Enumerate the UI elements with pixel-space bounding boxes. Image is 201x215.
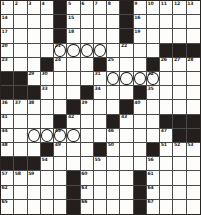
white-cell[interactable] <box>41 200 54 214</box>
white-cell[interactable]: 14 <box>1 15 14 29</box>
black-cell <box>14 72 27 86</box>
circle-marker <box>67 44 79 57</box>
clue-number: 39 <box>81 100 87 105</box>
white-cell[interactable] <box>120 200 133 214</box>
clue-number: 35 <box>148 86 154 91</box>
white-cell[interactable]: 30 <box>41 72 54 86</box>
white-cell[interactable]: 22 <box>120 44 133 58</box>
black-cell <box>1 157 14 171</box>
white-cell[interactable] <box>107 86 120 100</box>
white-cell[interactable] <box>94 186 107 200</box>
clue-number: 1 <box>2 1 5 6</box>
clue-number: 67 <box>148 199 154 204</box>
black-cell <box>173 44 186 58</box>
circled-cell[interactable] <box>81 44 94 58</box>
clue-number: 32 <box>148 71 154 76</box>
clue-number: 12 <box>174 1 180 6</box>
black-cell <box>94 143 107 157</box>
clue-number: 31 <box>94 71 100 76</box>
clue-number: 19 <box>134 29 140 34</box>
white-cell[interactable]: 37 <box>14 100 27 114</box>
white-cell[interactable] <box>94 129 107 143</box>
white-cell[interactable]: 55 <box>94 157 107 171</box>
white-cell[interactable]: 24 <box>54 58 67 72</box>
white-cell[interactable] <box>94 171 107 185</box>
clue-number: 2 <box>15 1 18 6</box>
white-cell[interactable] <box>81 157 94 171</box>
white-cell[interactable]: 16 <box>134 15 147 29</box>
black-cell <box>120 100 133 114</box>
white-cell[interactable] <box>147 15 160 29</box>
white-cell[interactable] <box>14 58 27 72</box>
clue-number: 44 <box>2 128 8 133</box>
white-cell[interactable] <box>28 15 41 29</box>
white-cell[interactable] <box>54 86 67 100</box>
white-cell[interactable] <box>160 15 173 29</box>
white-cell[interactable]: 39 <box>81 100 94 114</box>
white-cell[interactable] <box>14 143 27 157</box>
white-cell[interactable]: 17 <box>1 29 14 43</box>
black-cell <box>134 186 147 200</box>
circled-cell[interactable] <box>94 44 107 58</box>
clue-number: 52 <box>174 142 180 147</box>
clue-number: 43 <box>121 114 127 119</box>
black-cell <box>1 86 14 100</box>
clue-number: 9 <box>134 1 137 6</box>
clue-number: 5 <box>68 1 71 6</box>
white-cell[interactable]: 15 <box>67 15 80 29</box>
white-cell[interactable] <box>67 72 80 86</box>
white-cell[interactable] <box>147 29 160 43</box>
circled-cell[interactable]: 21 <box>54 44 67 58</box>
white-cell[interactable] <box>147 129 160 143</box>
clue-number: 37 <box>15 100 21 105</box>
black-cell <box>147 143 160 157</box>
white-cell[interactable]: 28 <box>187 58 200 72</box>
black-cell <box>187 44 200 58</box>
white-cell[interactable] <box>14 200 27 214</box>
white-cell[interactable] <box>54 200 67 214</box>
circle-marker <box>28 129 40 142</box>
white-cell[interactable] <box>107 44 120 58</box>
clue-number: 50 <box>108 142 114 147</box>
black-cell <box>54 1 67 15</box>
white-cell[interactable] <box>120 171 133 185</box>
circled-cell[interactable] <box>28 129 41 143</box>
clue-number: 58 <box>15 171 21 176</box>
white-cell[interactable]: 66 <box>81 200 94 214</box>
clue-number: 33 <box>41 86 47 91</box>
white-cell[interactable]: 67 <box>147 200 160 214</box>
white-cell[interactable] <box>134 157 147 171</box>
clue-number: 25 <box>108 57 114 62</box>
white-cell[interactable]: 56 <box>147 157 160 171</box>
clue-number: 41 <box>2 114 8 119</box>
white-cell[interactable]: 52 <box>173 143 186 157</box>
white-cell[interactable] <box>120 129 133 143</box>
clue-number: 60 <box>81 171 87 176</box>
white-cell[interactable]: 3 <box>28 1 41 15</box>
white-cell[interactable] <box>14 129 27 143</box>
white-cell[interactable]: 50 <box>107 143 120 157</box>
white-cell[interactable] <box>107 200 120 214</box>
white-cell[interactable]: 49 <box>54 143 67 157</box>
white-cell[interactable] <box>54 171 67 185</box>
clue-number: 57 <box>2 171 8 176</box>
white-cell[interactable] <box>187 171 200 185</box>
white-cell[interactable]: 53 <box>187 143 200 157</box>
white-cell[interactable]: 5 <box>67 1 80 15</box>
white-cell[interactable]: 8 <box>107 1 120 15</box>
white-cell[interactable]: 43 <box>120 115 133 129</box>
clue-number: 55 <box>94 157 100 162</box>
white-cell[interactable]: 44 <box>1 129 14 143</box>
clue-number: 24 <box>55 57 61 62</box>
white-cell[interactable] <box>81 115 94 129</box>
white-cell[interactable] <box>160 200 173 214</box>
white-cell[interactable] <box>187 100 200 114</box>
white-cell[interactable]: 36 <box>1 100 14 114</box>
white-cell[interactable] <box>160 100 173 114</box>
white-cell[interactable]: 23 <box>1 58 14 72</box>
white-cell[interactable] <box>147 100 160 114</box>
clue-number: 61 <box>148 171 154 176</box>
white-cell[interactable] <box>41 186 54 200</box>
clue-number: 17 <box>2 29 8 34</box>
white-cell[interactable] <box>94 29 107 43</box>
black-cell <box>67 100 80 114</box>
black-cell <box>173 115 186 129</box>
clue-number: 38 <box>28 100 34 105</box>
black-cell <box>41 143 54 157</box>
white-cell[interactable] <box>173 100 186 114</box>
white-cell[interactable] <box>107 100 120 114</box>
clue-number: 62 <box>2 185 8 190</box>
white-cell[interactable] <box>160 157 173 171</box>
clue-number: 36 <box>2 100 8 105</box>
white-cell[interactable] <box>14 44 27 58</box>
circle-marker <box>94 44 106 57</box>
white-cell[interactable]: 64 <box>147 186 160 200</box>
white-cell[interactable]: 20 <box>1 44 14 58</box>
white-cell[interactable]: 31 <box>94 72 107 86</box>
black-cell <box>94 58 107 72</box>
circle-marker <box>67 129 79 142</box>
white-cell[interactable] <box>107 171 120 185</box>
white-cell[interactable] <box>28 186 41 200</box>
clue-number: 29 <box>28 71 34 76</box>
white-cell[interactable] <box>147 115 160 129</box>
white-cell[interactable] <box>160 86 173 100</box>
white-cell[interactable]: 47 <box>160 129 173 143</box>
white-cell[interactable]: 48 <box>1 143 14 157</box>
white-cell[interactable]: 42 <box>67 115 80 129</box>
white-cell[interactable] <box>28 58 41 72</box>
clue-number: 27 <box>174 57 180 62</box>
circled-cell[interactable] <box>107 72 120 86</box>
white-cell[interactable]: 18 <box>67 29 80 43</box>
white-cell[interactable]: 54 <box>41 157 54 171</box>
black-cell <box>14 86 27 100</box>
white-cell[interactable]: 41 <box>1 115 14 129</box>
circled-cell[interactable] <box>67 129 80 143</box>
white-cell[interactable] <box>14 115 27 129</box>
white-cell[interactable] <box>54 186 67 200</box>
clue-number: 63 <box>81 185 87 190</box>
clue-number: 48 <box>2 142 8 147</box>
circled-cell[interactable] <box>134 72 147 86</box>
black-cell <box>54 115 67 129</box>
white-cell[interactable] <box>54 72 67 86</box>
white-cell[interactable] <box>14 29 27 43</box>
white-cell[interactable] <box>54 157 67 171</box>
circle-marker <box>107 72 119 85</box>
white-cell[interactable]: 1 <box>1 1 14 15</box>
clue-number: 45 <box>55 128 61 133</box>
white-cell[interactable] <box>28 115 41 129</box>
white-cell[interactable] <box>81 72 94 86</box>
black-cell <box>187 129 200 143</box>
white-cell[interactable] <box>120 186 133 200</box>
white-cell[interactable]: 35 <box>147 86 160 100</box>
clue-number: 26 <box>161 57 167 62</box>
black-cell <box>160 44 173 58</box>
white-cell[interactable] <box>67 86 80 100</box>
clue-number: 6 <box>81 1 84 6</box>
white-cell[interactable]: 27 <box>173 58 186 72</box>
white-cell[interactable]: 26 <box>160 58 173 72</box>
circled-cell[interactable] <box>120 72 133 86</box>
white-cell[interactable] <box>173 86 186 100</box>
white-cell[interactable] <box>54 100 67 114</box>
white-cell[interactable]: 46 <box>107 129 120 143</box>
clue-number: 49 <box>55 142 61 147</box>
black-cell <box>107 115 120 129</box>
white-cell[interactable] <box>173 29 186 43</box>
black-cell <box>67 171 80 185</box>
clue-number: 7 <box>94 1 97 6</box>
crossword-grid: 1234567891011121314151617181920212223242… <box>0 0 201 215</box>
white-cell[interactable]: 10 <box>147 1 160 15</box>
clue-number: 22 <box>121 43 127 48</box>
white-cell[interactable] <box>41 115 54 129</box>
black-cell <box>134 200 147 214</box>
white-cell[interactable]: 25 <box>107 58 120 72</box>
white-cell[interactable] <box>187 186 200 200</box>
white-cell[interactable] <box>147 44 160 58</box>
black-cell <box>14 157 27 171</box>
white-cell[interactable]: 9 <box>134 1 147 15</box>
white-cell[interactable] <box>81 129 94 143</box>
clue-number: 10 <box>148 1 154 6</box>
clue-number: 40 <box>134 100 140 105</box>
black-cell <box>28 157 41 171</box>
white-cell[interactable]: 63 <box>81 186 94 200</box>
white-cell[interactable] <box>187 157 200 171</box>
circled-cell[interactable] <box>67 44 80 58</box>
white-cell[interactable] <box>160 171 173 185</box>
circle-marker <box>120 72 132 85</box>
white-cell[interactable] <box>94 200 107 214</box>
white-cell[interactable] <box>187 15 200 29</box>
black-cell <box>67 186 80 200</box>
white-cell[interactable]: 29 <box>28 72 41 86</box>
white-cell[interactable] <box>28 200 41 214</box>
white-cell[interactable] <box>120 143 133 157</box>
clue-number: 15 <box>68 15 74 20</box>
white-cell[interactable] <box>134 129 147 143</box>
white-cell[interactable]: 11 <box>160 1 173 15</box>
circle-marker <box>81 44 93 57</box>
circle-marker <box>134 72 146 85</box>
clue-number: 30 <box>41 71 47 76</box>
white-cell[interactable] <box>28 44 41 58</box>
white-cell[interactable]: 12 <box>173 1 186 15</box>
clue-number: 20 <box>2 43 8 48</box>
white-cell[interactable] <box>41 171 54 185</box>
clue-number: 11 <box>161 1 167 6</box>
black-cell <box>147 58 160 72</box>
white-cell[interactable] <box>107 15 120 29</box>
white-cell[interactable] <box>41 100 54 114</box>
white-cell[interactable] <box>134 44 147 58</box>
white-cell[interactable] <box>28 143 41 157</box>
black-cell <box>81 86 94 100</box>
white-cell[interactable]: 40 <box>134 100 147 114</box>
black-cell <box>120 1 133 15</box>
white-cell[interactable] <box>81 29 94 43</box>
white-cell[interactable]: 13 <box>187 1 200 15</box>
black-cell <box>187 115 200 129</box>
white-cell[interactable] <box>41 15 54 29</box>
white-cell[interactable] <box>81 58 94 72</box>
black-cell <box>120 29 133 43</box>
white-cell[interactable] <box>81 15 94 29</box>
clue-number: 53 <box>187 142 193 147</box>
clue-number: 13 <box>187 1 193 6</box>
clue-number: 8 <box>108 1 111 6</box>
clue-number: 3 <box>28 1 31 6</box>
clue-number: 56 <box>148 157 154 162</box>
white-cell[interactable] <box>107 157 120 171</box>
clue-number: 64 <box>148 185 154 190</box>
clue-number: 47 <box>161 128 167 133</box>
white-cell[interactable] <box>173 186 186 200</box>
black-cell <box>173 129 186 143</box>
white-cell[interactable]: 65 <box>1 200 14 214</box>
black-cell <box>54 15 67 29</box>
white-cell[interactable] <box>14 15 27 29</box>
white-cell[interactable] <box>173 157 186 171</box>
white-cell[interactable] <box>67 58 80 72</box>
white-cell[interactable] <box>187 29 200 43</box>
white-cell[interactable] <box>14 186 27 200</box>
black-cell <box>41 58 54 72</box>
circle-marker <box>41 129 53 142</box>
white-cell[interactable] <box>67 143 80 157</box>
clue-number: 14 <box>2 15 8 20</box>
white-cell[interactable]: 7 <box>94 1 107 15</box>
white-cell[interactable] <box>173 72 186 86</box>
circled-cell[interactable]: 32 <box>147 72 160 86</box>
clue-number: 23 <box>2 57 8 62</box>
black-cell <box>160 115 173 129</box>
white-cell[interactable] <box>81 143 94 157</box>
white-cell[interactable] <box>187 72 200 86</box>
white-cell[interactable] <box>173 15 186 29</box>
white-cell[interactable]: 62 <box>1 186 14 200</box>
black-cell <box>134 86 147 100</box>
white-cell[interactable]: 6 <box>81 1 94 15</box>
white-cell[interactable] <box>94 100 107 114</box>
white-cell[interactable] <box>120 58 133 72</box>
clue-number: 21 <box>55 43 61 48</box>
white-cell[interactable] <box>134 143 147 157</box>
white-cell[interactable]: 57 <box>1 171 14 185</box>
white-cell[interactable]: 4 <box>41 1 54 15</box>
white-cell[interactable] <box>134 115 147 129</box>
black-cell <box>134 171 147 185</box>
white-cell[interactable]: 58 <box>14 171 27 185</box>
white-cell[interactable] <box>107 29 120 43</box>
black-cell <box>28 86 41 100</box>
white-cell[interactable] <box>41 29 54 43</box>
black-cell <box>120 15 133 29</box>
white-cell[interactable] <box>94 15 107 29</box>
white-cell[interactable] <box>173 171 186 185</box>
white-cell[interactable]: 61 <box>147 171 160 185</box>
clue-number: 16 <box>134 15 140 20</box>
white-cell[interactable]: 60 <box>81 171 94 185</box>
black-cell <box>1 72 14 86</box>
black-cell <box>67 200 80 214</box>
white-cell[interactable]: 38 <box>28 100 41 114</box>
white-cell[interactable] <box>160 186 173 200</box>
white-cell[interactable]: 19 <box>134 29 147 43</box>
white-cell[interactable] <box>173 200 186 214</box>
white-cell[interactable] <box>120 157 133 171</box>
white-cell[interactable] <box>28 29 41 43</box>
white-cell[interactable]: 51 <box>160 143 173 157</box>
white-cell[interactable] <box>160 72 173 86</box>
circled-cell[interactable]: 45 <box>54 129 67 143</box>
white-cell[interactable] <box>41 44 54 58</box>
circled-cell[interactable] <box>41 129 54 143</box>
clue-number: 46 <box>108 128 114 133</box>
clue-number: 34 <box>94 86 100 91</box>
white-cell[interactable]: 2 <box>14 1 27 15</box>
white-cell[interactable] <box>94 115 107 129</box>
white-cell[interactable] <box>187 86 200 100</box>
black-cell <box>54 29 67 43</box>
clue-number: 18 <box>68 29 74 34</box>
white-cell[interactable]: 59 <box>28 171 41 185</box>
clue-number: 4 <box>41 1 44 6</box>
clue-number: 65 <box>2 199 8 204</box>
white-cell[interactable] <box>160 29 173 43</box>
white-cell[interactable]: 34 <box>94 86 107 100</box>
white-cell[interactable] <box>67 157 80 171</box>
clue-number: 59 <box>28 171 34 176</box>
crossword-page: 1234567891011121314151617181920212223242… <box>0 0 201 215</box>
white-cell[interactable] <box>134 58 147 72</box>
clue-number: 54 <box>41 157 47 162</box>
white-cell[interactable] <box>120 86 133 100</box>
white-cell[interactable] <box>187 200 200 214</box>
white-cell[interactable] <box>107 186 120 200</box>
white-cell[interactable]: 33 <box>41 86 54 100</box>
clue-number: 51 <box>161 142 167 147</box>
